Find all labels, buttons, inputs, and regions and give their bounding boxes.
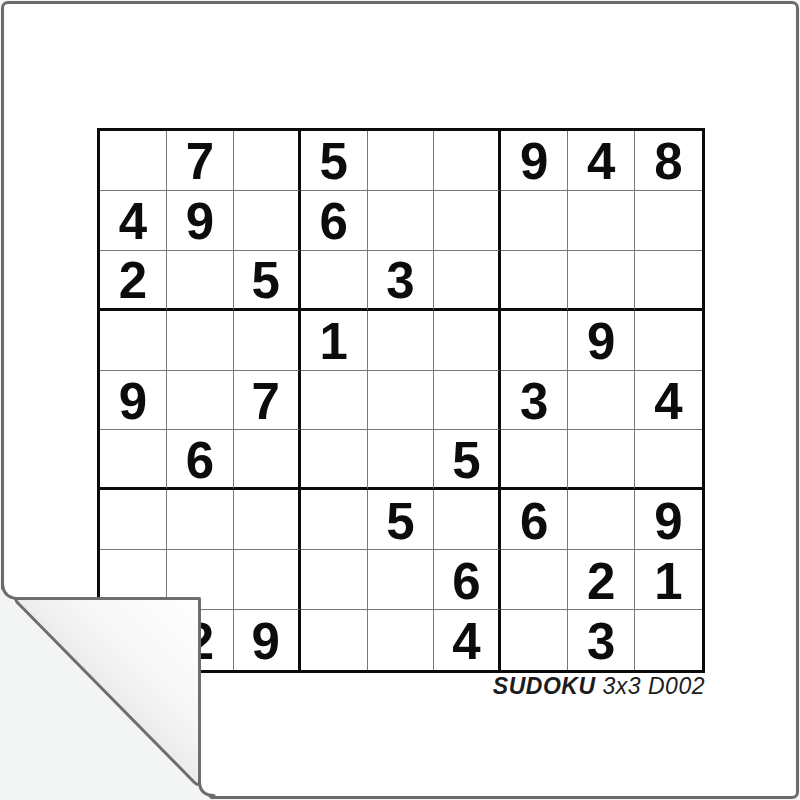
cell-r3c7[interactable] bbox=[501, 251, 568, 311]
cell-r1c3[interactable] bbox=[234, 131, 301, 191]
cell-r1c6[interactable] bbox=[434, 131, 501, 191]
cell-r7c2[interactable] bbox=[167, 490, 234, 550]
cell-r9c8[interactable]: 3 bbox=[568, 610, 635, 670]
cell-r3c1[interactable]: 2 bbox=[100, 251, 167, 311]
cell-r9c9[interactable] bbox=[635, 610, 702, 670]
cell-r1c7[interactable]: 9 bbox=[501, 131, 568, 191]
cell-r3c4[interactable] bbox=[301, 251, 368, 311]
cell-r7c8[interactable] bbox=[568, 490, 635, 550]
cell-r3c8[interactable] bbox=[568, 251, 635, 311]
cell-r7c6[interactable] bbox=[434, 490, 501, 550]
cell-r2c9[interactable] bbox=[635, 191, 702, 251]
cell-r1c5[interactable] bbox=[368, 131, 435, 191]
cell-r8c8[interactable]: 2 bbox=[568, 550, 635, 610]
cell-r5c7[interactable]: 3 bbox=[501, 371, 568, 431]
cell-r6c4[interactable] bbox=[301, 430, 368, 490]
cell-r1c9[interactable]: 8 bbox=[635, 131, 702, 191]
cell-r5c8[interactable] bbox=[568, 371, 635, 431]
cell-r3c3[interactable]: 5 bbox=[234, 251, 301, 311]
screenshot-canvas: 75948496253199734655696212943 SUDOKU3x3 … bbox=[0, 0, 800, 800]
puzzle-code: 3x3 D002 bbox=[603, 673, 705, 699]
cell-r2c1[interactable]: 4 bbox=[100, 191, 167, 251]
cell-r6c6[interactable]: 5 bbox=[434, 430, 501, 490]
cell-r4c1[interactable] bbox=[100, 311, 167, 371]
cell-r4c4[interactable]: 1 bbox=[301, 311, 368, 371]
cell-r3c9[interactable] bbox=[635, 251, 702, 311]
cell-r3c5[interactable]: 3 bbox=[368, 251, 435, 311]
cell-r6c7[interactable] bbox=[501, 430, 568, 490]
cell-r5c4[interactable] bbox=[301, 371, 368, 431]
cell-r3c2[interactable] bbox=[167, 251, 234, 311]
cell-r1c1[interactable] bbox=[100, 131, 167, 191]
cell-r9c1[interactable] bbox=[100, 610, 167, 670]
cell-r6c5[interactable] bbox=[368, 430, 435, 490]
cell-r4c6[interactable] bbox=[434, 311, 501, 371]
cell-r5c1[interactable]: 9 bbox=[100, 371, 167, 431]
cell-r7c1[interactable] bbox=[100, 490, 167, 550]
cell-r4c3[interactable] bbox=[234, 311, 301, 371]
cell-r9c5[interactable] bbox=[368, 610, 435, 670]
cell-r9c6[interactable]: 4 bbox=[434, 610, 501, 670]
cell-r2c8[interactable] bbox=[568, 191, 635, 251]
cell-r9c2[interactable]: 2 bbox=[167, 610, 234, 670]
cell-r8c3[interactable] bbox=[234, 550, 301, 610]
cell-r5c5[interactable] bbox=[368, 371, 435, 431]
cell-r9c7[interactable] bbox=[501, 610, 568, 670]
cell-r2c2[interactable]: 9 bbox=[167, 191, 234, 251]
cell-r3c6[interactable] bbox=[434, 251, 501, 311]
cell-r4c5[interactable] bbox=[368, 311, 435, 371]
cell-r7c9[interactable]: 9 bbox=[635, 490, 702, 550]
sudoku-board: 75948496253199734655696212943 bbox=[97, 128, 705, 673]
cell-r6c8[interactable] bbox=[568, 430, 635, 490]
cell-r8c7[interactable] bbox=[501, 550, 568, 610]
cell-r8c5[interactable] bbox=[368, 550, 435, 610]
puzzle-caption: SUDOKU3x3 D002 bbox=[493, 675, 705, 698]
cell-r7c3[interactable] bbox=[234, 490, 301, 550]
cell-r5c2[interactable] bbox=[167, 371, 234, 431]
cell-r9c4[interactable] bbox=[301, 610, 368, 670]
cell-r6c9[interactable] bbox=[635, 430, 702, 490]
cell-r2c5[interactable] bbox=[368, 191, 435, 251]
cell-r8c9[interactable]: 1 bbox=[635, 550, 702, 610]
cell-r7c7[interactable]: 6 bbox=[501, 490, 568, 550]
cell-r1c2[interactable]: 7 bbox=[167, 131, 234, 191]
cell-r8c6[interactable]: 6 bbox=[434, 550, 501, 610]
cell-r1c4[interactable]: 5 bbox=[301, 131, 368, 191]
cell-r4c2[interactable] bbox=[167, 311, 234, 371]
cell-r7c4[interactable] bbox=[301, 490, 368, 550]
cell-r8c4[interactable] bbox=[301, 550, 368, 610]
cell-r8c1[interactable] bbox=[100, 550, 167, 610]
cell-r5c3[interactable]: 7 bbox=[234, 371, 301, 431]
cell-r7c5[interactable]: 5 bbox=[368, 490, 435, 550]
cell-r6c1[interactable] bbox=[100, 430, 167, 490]
cell-r4c7[interactable] bbox=[501, 311, 568, 371]
cell-r8c2[interactable] bbox=[167, 550, 234, 610]
cell-r5c9[interactable]: 4 bbox=[635, 371, 702, 431]
cell-r4c8[interactable]: 9 bbox=[568, 311, 635, 371]
cell-r5c6[interactable] bbox=[434, 371, 501, 431]
cell-r6c3[interactable] bbox=[234, 430, 301, 490]
cell-r2c7[interactable] bbox=[501, 191, 568, 251]
cell-r2c6[interactable] bbox=[434, 191, 501, 251]
puzzle-title: SUDOKU bbox=[493, 673, 596, 699]
cell-r2c4[interactable]: 6 bbox=[301, 191, 368, 251]
cell-r6c2[interactable]: 6 bbox=[167, 430, 234, 490]
cell-r4c9[interactable] bbox=[635, 311, 702, 371]
cell-r9c3[interactable]: 9 bbox=[234, 610, 301, 670]
cell-r1c8[interactable]: 4 bbox=[568, 131, 635, 191]
cell-r2c3[interactable] bbox=[234, 191, 301, 251]
